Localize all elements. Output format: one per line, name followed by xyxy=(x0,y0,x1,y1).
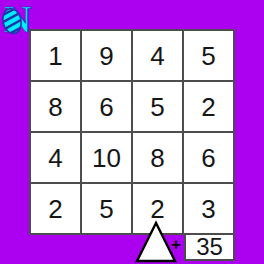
grid-cell-r2c4[interactable]: 2 xyxy=(184,82,233,131)
grid-cell-r2c1[interactable]: 8 xyxy=(31,82,80,131)
grid-cell-r3c3[interactable]: 8 xyxy=(133,133,182,182)
grid-cell-r1c3[interactable]: 4 xyxy=(133,31,182,80)
grid-cell-r4c1[interactable]: 2 xyxy=(31,184,80,233)
grid-cell-r1c4[interactable]: 5 xyxy=(184,31,233,80)
number-grid: 19458652410862523 xyxy=(29,29,235,235)
grid-cell-r1c1[interactable]: 1 xyxy=(31,31,80,80)
grid-cell-r1c2[interactable]: 9 xyxy=(82,31,131,80)
grid-cell-r3c2[interactable]: 10 xyxy=(82,133,131,182)
target-sum-box: 35 xyxy=(184,233,235,261)
grid-cell-r4c4[interactable]: 3 xyxy=(184,184,233,233)
operator-plus: + xyxy=(171,235,181,254)
grid-cell-r2c2[interactable]: 6 xyxy=(82,82,131,131)
grid-cell-r4c2[interactable]: 5 xyxy=(82,184,131,233)
game-screen: N 19458652410862523 + 35 xyxy=(0,0,264,264)
grid-cell-r3c4[interactable]: 6 xyxy=(184,133,233,182)
grid-cell-r2c3[interactable]: 5 xyxy=(133,82,182,131)
grid-cell-r3c1[interactable]: 4 xyxy=(31,133,80,182)
target-sum-value: 35 xyxy=(196,235,223,259)
